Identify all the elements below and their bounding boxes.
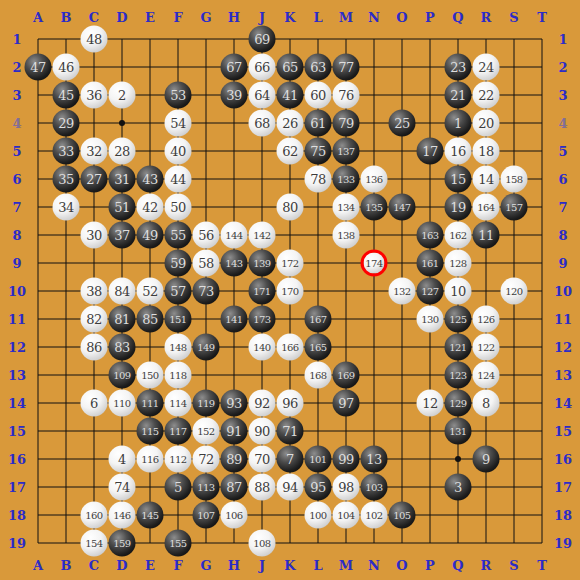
- stone-169-black-M13[interactable]: 169: [333, 362, 360, 389]
- star-point: [455, 456, 461, 462]
- stone-121-black-Q12[interactable]: 121: [445, 334, 472, 361]
- stone-55-black-F8[interactable]: 55: [165, 222, 192, 249]
- stone-124-white-R13[interactable]: 124: [473, 362, 500, 389]
- stone-46-white-B2[interactable]: 46: [53, 54, 80, 81]
- move-number: 66: [254, 61, 270, 74]
- stone-128-white-Q9[interactable]: 128: [445, 250, 472, 277]
- col-label-bottom-P: P: [425, 558, 435, 573]
- col-label-bottom-J: J: [259, 558, 265, 573]
- col-label-top-G: G: [200, 10, 211, 25]
- stone-127-black-P10[interactable]: 127: [417, 278, 444, 305]
- move-number: 67: [226, 61, 242, 74]
- move-number: 166: [281, 342, 298, 352]
- move-number: 36: [86, 89, 102, 102]
- stone-174-white-N9[interactable]: 174: [361, 250, 388, 277]
- stone-152-white-G15[interactable]: 152: [193, 418, 220, 445]
- move-number: 111: [141, 398, 158, 408]
- stone-48-white-C1[interactable]: 48: [81, 26, 108, 53]
- stone-168-white-L13[interactable]: 168: [305, 362, 332, 389]
- stone-58-white-G9[interactable]: 58: [193, 250, 220, 277]
- stone-109-black-D13[interactable]: 109: [109, 362, 136, 389]
- stone-171-black-J10[interactable]: 171: [249, 278, 276, 305]
- stone-161-black-P9[interactable]: 161: [417, 250, 444, 277]
- row-label-left-13: 13: [8, 368, 26, 383]
- stone-90-white-J15[interactable]: 90: [249, 418, 276, 445]
- move-number: 41: [282, 89, 298, 102]
- move-number: 19: [450, 201, 466, 214]
- stone-112-white-F16[interactable]: 112: [165, 446, 192, 473]
- stone-140-white-J12[interactable]: 140: [249, 334, 276, 361]
- col-label-top-Q: Q: [452, 10, 463, 25]
- move-number: 128: [449, 258, 466, 268]
- row-label-left-2: 2: [12, 60, 21, 75]
- stone-120-white-S10[interactable]: 120: [501, 278, 528, 305]
- stone-15-black-Q6[interactable]: 15: [445, 166, 472, 193]
- stone-150-white-E13[interactable]: 150: [137, 362, 164, 389]
- move-number: 90: [254, 425, 270, 438]
- col-label-bottom-C: C: [89, 558, 99, 573]
- stone-80-white-K7[interactable]: 80: [277, 194, 304, 221]
- stone-145-black-E18[interactable]: 145: [137, 502, 164, 529]
- move-number: 34: [58, 201, 74, 214]
- stone-147-black-O7[interactable]: 147: [389, 194, 416, 221]
- stone-95-black-L17[interactable]: 95: [305, 474, 332, 501]
- col-label-top-D: D: [116, 10, 127, 25]
- move-number: 80: [282, 201, 298, 214]
- move-number: 72: [198, 453, 214, 466]
- stone-2-white-D3[interactable]: 2: [109, 82, 136, 109]
- stone-50-white-F7[interactable]: 50: [165, 194, 192, 221]
- move-number: 162: [449, 230, 466, 240]
- stone-42-white-E7[interactable]: 42: [137, 194, 164, 221]
- stone-9-black-R16[interactable]: 9: [473, 446, 500, 473]
- stone-132-white-O10[interactable]: 132: [389, 278, 416, 305]
- move-number: 106: [225, 510, 242, 520]
- stone-3-black-Q17[interactable]: 3: [445, 474, 472, 501]
- move-number: 28: [114, 145, 130, 158]
- move-number: 62: [282, 145, 298, 158]
- stone-75-black-L5[interactable]: 75: [305, 138, 332, 165]
- move-number: 146: [113, 510, 130, 520]
- stone-110-white-D14[interactable]: 110: [109, 390, 136, 417]
- row-label-right-7: 7: [558, 200, 567, 215]
- move-number: 116: [141, 454, 158, 464]
- move-number: 89: [226, 453, 242, 466]
- stone-52-white-E10[interactable]: 52: [137, 278, 164, 305]
- stone-163-black-P8[interactable]: 163: [417, 222, 444, 249]
- stone-154-white-C19[interactable]: 154: [81, 530, 108, 557]
- stone-62-white-K5[interactable]: 62: [277, 138, 304, 165]
- stone-36-white-C3[interactable]: 36: [81, 82, 108, 109]
- stone-89-black-H16[interactable]: 89: [221, 446, 248, 473]
- col-label-bottom-R: R: [481, 558, 492, 573]
- move-number: 78: [310, 173, 326, 186]
- stone-7-black-K16[interactable]: 7: [277, 446, 304, 473]
- stone-79-black-M4[interactable]: 79: [333, 110, 360, 137]
- move-number: 27: [86, 173, 102, 186]
- stone-131-black-Q15[interactable]: 131: [445, 418, 472, 445]
- stone-165-black-L12[interactable]: 165: [305, 334, 332, 361]
- stone-119-black-G14[interactable]: 119: [193, 390, 220, 417]
- row-label-right-3: 3: [558, 88, 567, 103]
- stone-10-white-Q10[interactable]: 10: [445, 278, 472, 305]
- row-label-left-15: 15: [8, 424, 26, 439]
- move-number: 7: [286, 453, 294, 466]
- row-label-right-16: 16: [554, 452, 572, 467]
- stone-18-white-R5[interactable]: 18: [473, 138, 500, 165]
- move-number: 108: [253, 538, 270, 548]
- col-label-bottom-E: E: [145, 558, 155, 573]
- stone-34-white-B7[interactable]: 34: [53, 194, 80, 221]
- row-label-right-10: 10: [554, 284, 572, 299]
- move-number: 155: [169, 538, 186, 548]
- move-number: 133: [337, 174, 354, 184]
- move-number: 63: [310, 61, 326, 74]
- move-number: 55: [170, 229, 186, 242]
- stone-24-white-R2[interactable]: 24: [473, 54, 500, 81]
- stone-59-black-F9[interactable]: 59: [165, 250, 192, 277]
- move-number: 40: [170, 145, 186, 158]
- move-number: 135: [365, 202, 382, 212]
- stone-162-white-Q8[interactable]: 162: [445, 222, 472, 249]
- move-number: 45: [58, 89, 74, 102]
- col-label-top-B: B: [61, 10, 72, 25]
- stone-54-white-F4[interactable]: 54: [165, 110, 192, 137]
- stone-136-white-N6[interactable]: 136: [361, 166, 388, 193]
- stone-164-white-R7[interactable]: 164: [473, 194, 500, 221]
- stone-157-black-S7[interactable]: 157: [501, 194, 528, 221]
- stone-96-white-K14[interactable]: 96: [277, 390, 304, 417]
- move-number: 23: [450, 61, 466, 74]
- stone-125-black-Q11[interactable]: 125: [445, 306, 472, 333]
- stone-73-black-G10[interactable]: 73: [193, 278, 220, 305]
- stone-102-white-N18[interactable]: 102: [361, 502, 388, 529]
- move-number: 134: [337, 202, 354, 212]
- stone-69-black-J1[interactable]: 69: [249, 26, 276, 53]
- stone-83-black-D12[interactable]: 83: [109, 334, 136, 361]
- move-number: 157: [505, 202, 522, 212]
- move-number: 56: [198, 229, 214, 242]
- stone-31-black-D6[interactable]: 31: [109, 166, 136, 193]
- stone-66-white-J2[interactable]: 66: [249, 54, 276, 81]
- stone-111-black-E14[interactable]: 111: [137, 390, 164, 417]
- move-number: 73: [198, 285, 214, 298]
- stone-172-white-K9[interactable]: 172: [277, 250, 304, 277]
- stone-160-white-C18[interactable]: 160: [81, 502, 108, 529]
- stone-144-white-H8[interactable]: 144: [221, 222, 248, 249]
- row-label-left-14: 14: [8, 396, 26, 411]
- move-number: 20: [478, 117, 494, 130]
- stone-148-white-F12[interactable]: 148: [165, 334, 192, 361]
- row-label-right-4: 4: [558, 116, 567, 131]
- stone-106-white-H18[interactable]: 106: [221, 502, 248, 529]
- stone-17-black-P5[interactable]: 17: [417, 138, 444, 165]
- stone-122-white-R12[interactable]: 122: [473, 334, 500, 361]
- stone-28-white-D5[interactable]: 28: [109, 138, 136, 165]
- stone-77-black-M2[interactable]: 77: [333, 54, 360, 81]
- move-number: 17: [422, 145, 438, 158]
- stone-29-black-B4[interactable]: 29: [53, 110, 80, 137]
- col-label-bottom-F: F: [173, 558, 182, 573]
- stone-143-black-H9[interactable]: 143: [221, 250, 248, 277]
- stone-146-white-D18[interactable]: 146: [109, 502, 136, 529]
- stone-70-white-J16[interactable]: 70: [249, 446, 276, 473]
- stone-41-black-K3[interactable]: 41: [277, 82, 304, 109]
- move-number: 53: [170, 89, 186, 102]
- stone-88-white-J17[interactable]: 88: [249, 474, 276, 501]
- stone-60-white-L3[interactable]: 60: [305, 82, 332, 109]
- move-number: 107: [197, 510, 214, 520]
- stone-92-white-J14[interactable]: 92: [249, 390, 276, 417]
- stone-98-white-M17[interactable]: 98: [333, 474, 360, 501]
- stone-170-white-K10[interactable]: 170: [277, 278, 304, 305]
- move-number: 13: [366, 453, 382, 466]
- stone-72-white-G16[interactable]: 72: [193, 446, 220, 473]
- row-label-left-8: 8: [12, 228, 21, 243]
- move-number: 174: [365, 258, 382, 268]
- stone-118-white-F13[interactable]: 118: [165, 362, 192, 389]
- row-label-right-8: 8: [558, 228, 567, 243]
- stone-149-black-G12[interactable]: 149: [193, 334, 220, 361]
- move-number: 137: [337, 146, 354, 156]
- move-number: 38: [86, 285, 102, 298]
- stone-68-white-J4[interactable]: 68: [249, 110, 276, 137]
- stone-6-white-C14[interactable]: 6: [81, 390, 108, 417]
- move-number: 150: [141, 370, 158, 380]
- stone-87-black-H17[interactable]: 87: [221, 474, 248, 501]
- stone-133-black-M6[interactable]: 133: [333, 166, 360, 193]
- stone-21-black-Q3[interactable]: 21: [445, 82, 472, 109]
- col-label-top-J: J: [259, 10, 265, 25]
- move-number: 169: [337, 370, 354, 380]
- stone-1-black-Q4[interactable]: 1: [445, 110, 472, 137]
- stone-117-black-F15[interactable]: 117: [165, 418, 192, 445]
- row-label-right-17: 17: [554, 480, 572, 495]
- move-number: 18: [478, 145, 494, 158]
- stone-43-black-E6[interactable]: 43: [137, 166, 164, 193]
- stone-67-black-H2[interactable]: 67: [221, 54, 248, 81]
- move-number: 151: [169, 314, 186, 324]
- move-number: 68: [254, 117, 270, 130]
- stone-56-white-G8[interactable]: 56: [193, 222, 220, 249]
- col-label-bottom-H: H: [228, 558, 240, 573]
- stone-32-white-C5[interactable]: 32: [81, 138, 108, 165]
- stone-97-black-M14[interactable]: 97: [333, 390, 360, 417]
- stone-139-black-J9[interactable]: 139: [249, 250, 276, 277]
- row-label-left-12: 12: [8, 340, 26, 355]
- move-number: 121: [449, 342, 466, 352]
- stone-94-white-K17[interactable]: 94: [277, 474, 304, 501]
- stone-86-white-C12[interactable]: 86: [81, 334, 108, 361]
- move-number: 50: [170, 201, 186, 214]
- move-number: 96: [282, 397, 298, 410]
- move-number: 127: [421, 286, 438, 296]
- stone-114-white-F14[interactable]: 114: [165, 390, 192, 417]
- move-number: 117: [169, 426, 186, 436]
- move-number: 141: [225, 314, 242, 324]
- stone-130-white-P11[interactable]: 130: [417, 306, 444, 333]
- stone-26-white-K4[interactable]: 26: [277, 110, 304, 137]
- stone-12-white-P14[interactable]: 12: [417, 390, 444, 417]
- stone-82-white-C11[interactable]: 82: [81, 306, 108, 333]
- move-number: 30: [86, 229, 102, 242]
- stone-4-white-D16[interactable]: 4: [109, 446, 136, 473]
- stone-47-black-A2[interactable]: 47: [25, 54, 52, 81]
- stone-129-black-Q14[interactable]: 129: [445, 390, 472, 417]
- move-number: 3: [454, 481, 462, 494]
- move-number: 33: [58, 145, 74, 158]
- stone-115-black-E15[interactable]: 115: [137, 418, 164, 445]
- move-number: 164: [477, 202, 494, 212]
- stone-37-black-D8[interactable]: 37: [109, 222, 136, 249]
- col-label-bottom-O: O: [396, 558, 407, 573]
- stone-25-black-O4[interactable]: 25: [389, 110, 416, 137]
- move-number: 143: [225, 258, 242, 268]
- stone-107-black-G18[interactable]: 107: [193, 502, 220, 529]
- stone-51-black-D7[interactable]: 51: [109, 194, 136, 221]
- move-number: 44: [170, 173, 186, 186]
- move-number: 86: [86, 341, 102, 354]
- stone-13-black-N16[interactable]: 13: [361, 446, 388, 473]
- stone-74-white-D17[interactable]: 74: [109, 474, 136, 501]
- move-number: 152: [197, 426, 214, 436]
- stone-14-white-R6[interactable]: 14: [473, 166, 500, 193]
- stone-116-white-E16[interactable]: 116: [137, 446, 164, 473]
- stone-105-black-O18[interactable]: 105: [389, 502, 416, 529]
- stone-8-white-R14[interactable]: 8: [473, 390, 500, 417]
- stone-84-white-D10[interactable]: 84: [109, 278, 136, 305]
- stone-100-white-L18[interactable]: 100: [305, 502, 332, 529]
- move-number: 76: [338, 89, 354, 102]
- stone-134-white-M7[interactable]: 134: [333, 194, 360, 221]
- move-number: 43: [142, 173, 158, 186]
- col-label-top-S: S: [509, 10, 518, 25]
- move-number: 85: [142, 313, 158, 326]
- stone-126-white-R11[interactable]: 126: [473, 306, 500, 333]
- col-label-bottom-L: L: [313, 558, 322, 573]
- stone-11-black-R8[interactable]: 11: [473, 222, 500, 249]
- stone-22-white-R3[interactable]: 22: [473, 82, 500, 109]
- stone-78-white-L6[interactable]: 78: [305, 166, 332, 193]
- stone-16-white-Q5[interactable]: 16: [445, 138, 472, 165]
- stone-61-black-L4[interactable]: 61: [305, 110, 332, 137]
- move-number: 29: [58, 117, 74, 130]
- stone-158-white-S6[interactable]: 158: [501, 166, 528, 193]
- row-label-right-12: 12: [554, 340, 572, 355]
- move-number: 65: [282, 61, 298, 74]
- move-number: 126: [477, 314, 494, 324]
- move-number: 104: [337, 510, 354, 520]
- stone-104-white-M18[interactable]: 104: [333, 502, 360, 529]
- row-label-right-9: 9: [558, 256, 567, 271]
- stone-123-black-Q13[interactable]: 123: [445, 362, 472, 389]
- move-number: 119: [197, 398, 214, 408]
- stone-93-black-H14[interactable]: 93: [221, 390, 248, 417]
- stone-167-black-L11[interactable]: 167: [305, 306, 332, 333]
- row-label-right-14: 14: [554, 396, 572, 411]
- move-number: 93: [226, 397, 242, 410]
- stone-63-black-L2[interactable]: 63: [305, 54, 332, 81]
- move-number: 136: [365, 174, 382, 184]
- stone-155-black-F19[interactable]: 155: [165, 530, 192, 557]
- stone-173-black-J11[interactable]: 173: [249, 306, 276, 333]
- stone-38-white-C10[interactable]: 38: [81, 278, 108, 305]
- stone-39-black-H3[interactable]: 39: [221, 82, 248, 109]
- row-label-right-1: 1: [558, 32, 567, 47]
- stone-108-white-J19[interactable]: 108: [249, 530, 276, 557]
- row-label-left-7: 7: [12, 200, 21, 215]
- move-number: 120: [505, 286, 522, 296]
- move-number: 83: [114, 341, 130, 354]
- move-number: 25: [394, 117, 410, 130]
- stone-49-black-E8[interactable]: 49: [137, 222, 164, 249]
- move-number: 46: [58, 61, 74, 74]
- stone-138-white-M8[interactable]: 138: [333, 222, 360, 249]
- stone-65-black-K2[interactable]: 65: [277, 54, 304, 81]
- stone-103-black-N17[interactable]: 103: [361, 474, 388, 501]
- stone-64-white-J3[interactable]: 64: [249, 82, 276, 109]
- move-number: 148: [169, 342, 186, 352]
- stone-151-black-F11[interactable]: 151: [165, 306, 192, 333]
- stone-137-black-M5[interactable]: 137: [333, 138, 360, 165]
- row-label-left-19: 19: [8, 536, 26, 551]
- stone-19-black-Q7[interactable]: 19: [445, 194, 472, 221]
- stone-135-black-N7[interactable]: 135: [361, 194, 388, 221]
- move-number: 74: [114, 481, 130, 494]
- move-number: 173: [253, 314, 270, 324]
- move-number: 132: [393, 286, 410, 296]
- col-label-top-T: T: [537, 10, 547, 25]
- stone-113-black-G17[interactable]: 113: [193, 474, 220, 501]
- stone-81-black-D11[interactable]: 81: [109, 306, 136, 333]
- move-number: 139: [253, 258, 270, 268]
- stone-166-white-K12[interactable]: 166: [277, 334, 304, 361]
- stone-91-black-H15[interactable]: 91: [221, 418, 248, 445]
- move-number: 70: [254, 453, 270, 466]
- stone-35-black-B6[interactable]: 35: [53, 166, 80, 193]
- stone-23-black-Q2[interactable]: 23: [445, 54, 472, 81]
- stone-40-white-F5[interactable]: 40: [165, 138, 192, 165]
- stone-85-black-E11[interactable]: 85: [137, 306, 164, 333]
- stone-5-black-F17[interactable]: 5: [165, 474, 192, 501]
- stone-142-white-J8[interactable]: 142: [249, 222, 276, 249]
- move-number: 145: [141, 510, 158, 520]
- move-number: 77: [338, 61, 354, 74]
- stone-159-black-D19[interactable]: 159: [109, 530, 136, 557]
- move-number: 129: [449, 398, 466, 408]
- stone-57-black-F10[interactable]: 57: [165, 278, 192, 305]
- move-number: 11: [478, 229, 494, 242]
- stone-30-white-C8[interactable]: 30: [81, 222, 108, 249]
- stone-33-black-B5[interactable]: 33: [53, 138, 80, 165]
- stone-45-black-B3[interactable]: 45: [53, 82, 80, 109]
- move-number: 168: [309, 370, 326, 380]
- stone-20-white-R4[interactable]: 20: [473, 110, 500, 137]
- stone-53-black-F3[interactable]: 53: [165, 82, 192, 109]
- col-label-bottom-K: K: [284, 558, 295, 573]
- stone-141-black-H11[interactable]: 141: [221, 306, 248, 333]
- stone-76-white-M3[interactable]: 76: [333, 82, 360, 109]
- stone-99-black-M16[interactable]: 99: [333, 446, 360, 473]
- stone-27-black-C6[interactable]: 27: [81, 166, 108, 193]
- move-number: 57: [170, 285, 186, 298]
- move-number: 140: [253, 342, 270, 352]
- stone-44-white-F6[interactable]: 44: [165, 166, 192, 193]
- move-number: 101: [309, 454, 326, 464]
- move-number: 113: [197, 482, 214, 492]
- stone-71-black-K15[interactable]: 71: [277, 418, 304, 445]
- stone-101-black-L16[interactable]: 101: [305, 446, 332, 473]
